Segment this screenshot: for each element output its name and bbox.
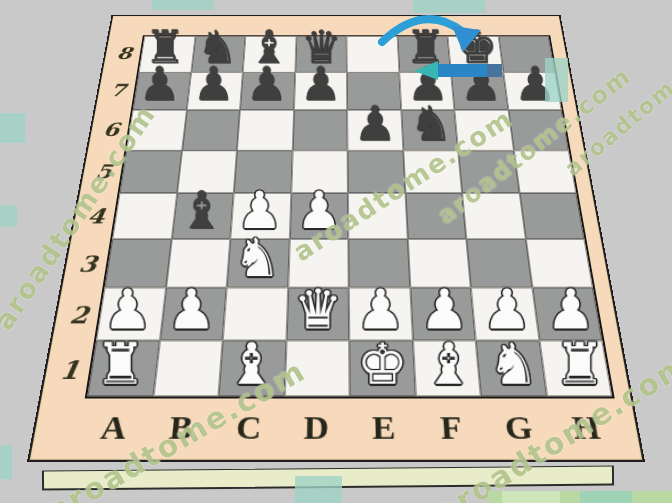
square-h6[interactable] (508, 110, 569, 150)
square-e1[interactable]: ♚ (349, 340, 415, 396)
board-scene: 87654321 ABCDEFGH ♜♞♝♛♜♚♟♟♟♟♟♟♟♟♞♝♟♟♞♟♟♛… (0, 0, 672, 503)
rank-label-8: 8 (103, 35, 141, 71)
square-h3[interactable] (525, 239, 593, 288)
square-f4[interactable] (405, 193, 466, 239)
teal-artifact (545, 58, 568, 102)
square-a6[interactable] (126, 110, 186, 150)
square-g3[interactable] (466, 239, 532, 288)
square-g5[interactable] (458, 150, 519, 193)
white-pawn[interactable]: ♟ (412, 280, 475, 339)
square-d1[interactable] (284, 340, 350, 396)
black-rook[interactable]: ♜ (139, 23, 191, 72)
file-label-h: H (549, 403, 624, 453)
square-d4[interactable]: ♟ (289, 193, 348, 239)
square-b1[interactable] (153, 340, 223, 396)
square-a1[interactable]: ♜ (87, 340, 159, 396)
square-h5[interactable] (513, 150, 576, 193)
square-h2[interactable]: ♟ (532, 288, 602, 340)
black-knight[interactable]: ♞ (191, 23, 243, 72)
white-pawn[interactable]: ♟ (349, 280, 412, 339)
square-b7[interactable]: ♟ (186, 72, 242, 110)
square-f2[interactable]: ♟ (410, 288, 476, 340)
square-f7[interactable]: ♟ (399, 72, 455, 110)
file-label-f: F (416, 403, 487, 453)
teal-artifact (0, 445, 12, 479)
square-d7[interactable]: ♟ (294, 72, 348, 110)
black-rook[interactable]: ♜ (399, 23, 451, 72)
square-a4[interactable] (112, 193, 176, 239)
square-e6[interactable]: ♟ (347, 110, 403, 150)
square-b8[interactable]: ♞ (191, 36, 246, 72)
chess-castling-illustration: 87654321 ABCDEFGH ♜♞♝♛♜♚♟♟♟♟♟♟♟♟♞♝♟♟♞♟♟♛… (0, 0, 672, 503)
square-g4[interactable] (462, 193, 525, 239)
square-h1[interactable]: ♜ (539, 340, 612, 396)
square-c6[interactable] (237, 110, 294, 150)
square-b4[interactable]: ♝ (171, 193, 233, 239)
white-bishop[interactable]: ♝ (219, 334, 285, 396)
square-e4[interactable] (348, 193, 407, 239)
green-bar-artifact (488, 491, 672, 503)
black-king[interactable]: ♚ (451, 23, 503, 72)
rank-label-1: 1 (41, 341, 91, 398)
white-rook[interactable]: ♜ (546, 334, 612, 396)
square-f5[interactable] (403, 150, 462, 193)
square-d5[interactable] (291, 150, 348, 193)
square-g8[interactable]: ♚ (448, 36, 503, 72)
file-label-e: E (350, 403, 419, 453)
square-e8[interactable] (347, 36, 399, 72)
square-f3[interactable] (407, 239, 471, 288)
white-knight[interactable]: ♞ (227, 229, 288, 286)
square-c8[interactable]: ♝ (243, 36, 296, 72)
square-c1[interactable]: ♝ (219, 340, 286, 396)
square-a3[interactable] (105, 239, 172, 288)
white-knight[interactable]: ♞ (481, 334, 547, 396)
square-f6[interactable]: ♞ (401, 110, 458, 150)
black-bishop[interactable]: ♝ (171, 182, 230, 237)
square-e7[interactable] (347, 72, 401, 110)
white-pawn[interactable]: ♟ (539, 280, 602, 339)
square-e5[interactable] (348, 150, 405, 193)
file-label-c: C (213, 403, 283, 453)
square-a7[interactable]: ♟ (133, 72, 191, 110)
square-c2[interactable] (223, 288, 288, 340)
file-label-a: A (76, 403, 150, 453)
white-pawn[interactable]: ♟ (289, 182, 348, 237)
file-labels: ABCDEFGH (76, 403, 624, 453)
square-f1[interactable]: ♝ (412, 340, 480, 396)
teal-artifact (0, 113, 25, 143)
green-bar-segment (502, 491, 560, 503)
rank-label-4: 4 (71, 193, 115, 239)
square-g6[interactable] (454, 110, 513, 150)
white-pawn[interactable]: ♟ (96, 280, 159, 339)
file-label-d: D (282, 403, 351, 453)
square-h4[interactable] (519, 193, 584, 239)
white-pawn[interactable]: ♟ (476, 280, 539, 339)
square-c5[interactable] (234, 150, 293, 193)
teal-artifact (295, 476, 342, 503)
teal-artifact (0, 205, 17, 227)
square-e2[interactable]: ♟ (349, 288, 413, 340)
square-f8[interactable]: ♜ (397, 36, 451, 72)
teal-artifact (413, 0, 485, 13)
white-rook[interactable]: ♜ (88, 334, 154, 396)
square-b6[interactable] (182, 110, 240, 150)
rank-label-5: 5 (80, 150, 123, 193)
white-pawn[interactable]: ♟ (230, 182, 289, 237)
square-d6[interactable] (292, 110, 347, 150)
green-bar-segment (580, 491, 632, 503)
square-b2[interactable]: ♟ (159, 288, 226, 340)
square-a8[interactable]: ♜ (139, 36, 195, 72)
square-c7[interactable]: ♟ (240, 72, 295, 110)
square-g7[interactable]: ♟ (451, 72, 508, 110)
rank-label-3: 3 (62, 239, 108, 288)
square-c3[interactable]: ♞ (227, 239, 290, 288)
rank-label-6: 6 (88, 109, 129, 150)
square-b5[interactable] (177, 150, 237, 193)
teal-artifact (152, 0, 214, 10)
board-grid: ♜♞♝♛♜♚♟♟♟♟♟♟♟♟♞♝♟♟♞♟♟♛♟♟♟♟♜♝♚♝♞♜ (85, 35, 615, 398)
square-b3[interactable] (166, 239, 231, 288)
square-g2[interactable]: ♟ (471, 288, 539, 340)
file-label-g: G (483, 403, 556, 453)
square-a2[interactable]: ♟ (96, 288, 165, 340)
white-bishop[interactable]: ♝ (415, 334, 481, 396)
square-d2[interactable]: ♛ (286, 288, 349, 340)
square-a5[interactable] (120, 150, 182, 193)
square-d8[interactable]: ♛ (295, 36, 347, 72)
square-g1[interactable]: ♞ (476, 340, 547, 396)
black-bishop[interactable]: ♝ (243, 23, 295, 72)
rank-label-2: 2 (52, 289, 100, 342)
black-queen[interactable]: ♛ (295, 23, 347, 72)
square-d3[interactable] (288, 239, 349, 288)
white-pawn[interactable]: ♟ (160, 280, 223, 339)
square-e3[interactable] (348, 239, 409, 288)
rank-label-7: 7 (96, 71, 136, 109)
square-c4[interactable]: ♟ (230, 193, 291, 239)
white-king[interactable]: ♚ (350, 334, 416, 396)
file-label-b: B (145, 403, 217, 453)
white-queen[interactable]: ♛ (286, 280, 349, 339)
